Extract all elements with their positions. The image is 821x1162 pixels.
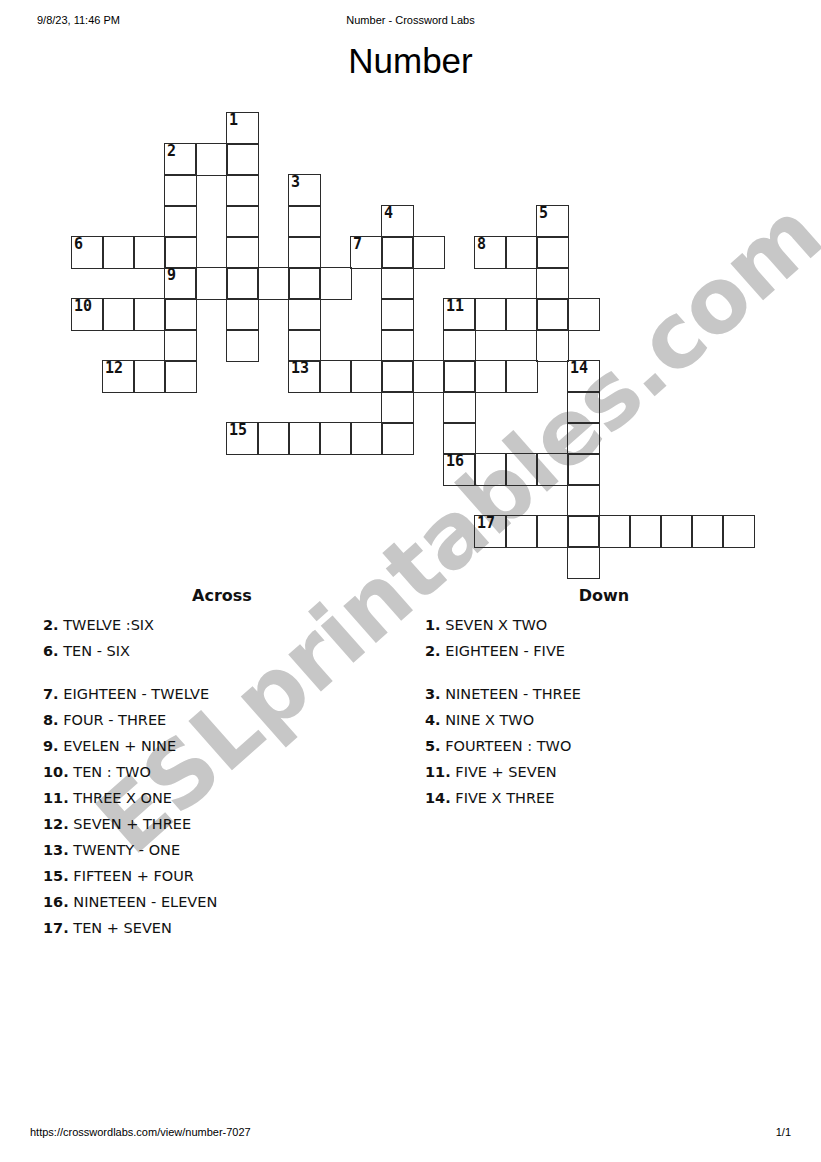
grid-cell-r6c13 [474,298,507,331]
grid-cell-r7c3 [164,329,197,362]
across-clue-17: 17. TEN + SEVEN [43,915,401,941]
across-clue-15: 15. FIFTEEN + FOUR [43,863,401,889]
grid-cell-r6c10 [381,298,414,331]
grid-cell-r6c7 [288,298,321,331]
grid-cell-r9c12 [443,391,476,424]
grid-cell-r8c2 [133,360,166,393]
grid-cell-r9c16 [567,391,600,424]
down-clue-number: 5. [425,738,441,754]
grid-cell-r5c15 [536,267,569,300]
grid-cell-r10c6 [257,422,290,455]
grid-cell-r6c16 [567,298,600,331]
across-clue-9: 9. EVELEN + NINE [43,733,401,759]
grid-cell-r1c5 [226,143,259,176]
grid-cell-r4c3 [164,236,197,269]
grid-cell-r9c10 [381,391,414,424]
down-clue-number: 3. [425,686,441,702]
across-clue-6: 6. TEN - SIX [43,638,401,664]
grid-cell-r3c15: 5 [536,205,569,238]
down-clue-number: 14. [425,790,451,806]
grid-cell-r13c16 [567,515,600,548]
grid-cell-r8c10 [381,360,414,393]
across-clue-number: 15. [43,868,69,884]
grid-cell-r4c15 [536,236,569,269]
across-clue-7: 7. EIGHTEEN - TWELVE [43,681,401,707]
grid-cell-r4c13: 8 [474,236,507,269]
across-clue-16: 16. NINETEEN - ELEVEN [43,889,401,915]
grid-cell-r4c11 [412,236,445,269]
grid-cell-r4c5 [226,236,259,269]
down-clue-4: 4. NINE X TWO [425,707,783,733]
grid-cell-r5c8 [319,267,352,300]
down-header: Down [425,586,783,606]
grid-cell-r10c12 [443,422,476,455]
across-clue-number: 8. [43,712,59,728]
grid-cell-r10c10 [381,422,414,455]
grid-cell-r10c5: 15 [226,422,259,455]
down-clue-3: 3. NINETEEN - THREE [425,681,783,707]
grid-cell-r6c1 [102,298,135,331]
crossword-grid: 1234567891011121314151617 [71,112,753,577]
grid-cell-r7c15 [536,329,569,362]
cell-number-6: 6 [74,237,83,253]
grid-cell-r2c3 [164,174,197,207]
across-clue-8: 8. FOUR - THREE [43,707,401,733]
grid-cell-r6c0: 10 [71,298,104,331]
page-title: Number [0,41,821,81]
grid-cell-r8c9 [350,360,383,393]
down-clue-number: 2. [425,643,441,659]
grid-cell-r6c5 [226,298,259,331]
grid-cell-r8c16: 14 [567,360,600,393]
grid-cell-r8c12 [443,360,476,393]
grid-cell-r11c15 [536,453,569,486]
grid-cell-r3c7 [288,205,321,238]
cell-number-12: 12 [105,361,123,377]
cell-number-11: 11 [446,299,464,315]
grid-cell-r5c10 [381,267,414,300]
grid-cell-r5c4 [195,267,228,300]
grid-cell-r6c14 [505,298,538,331]
page-indicator: 1/1 [776,1126,791,1138]
down-clues-section: Down 1. SEVEN X TWO2. EIGHTEEN - FIVE3. … [425,586,783,811]
across-clue-11: 11. THREE X ONE [43,785,401,811]
grid-cell-r13c13: 17 [474,515,507,548]
down-clue-1: 1. SEVEN X TWO [425,612,783,638]
grid-cell-r6c3 [164,298,197,331]
grid-cell-r11c14 [505,453,538,486]
across-clue-number: 7. [43,686,59,702]
grid-cell-r3c5 [226,205,259,238]
grid-cell-r6c2 [133,298,166,331]
cell-number-1: 1 [229,113,238,129]
across-clue-13: 13. TWENTY - ONE [43,837,401,863]
down-clue-11: 11. FIVE + SEVEN [425,759,783,785]
grid-cell-r13c17 [598,515,631,548]
down-clue-number: 11. [425,764,451,780]
cell-number-2: 2 [167,144,176,160]
grid-cell-r2c7: 3 [288,174,321,207]
grid-cell-r4c0: 6 [71,236,104,269]
across-clue-number: 16. [43,894,69,910]
grid-cell-r6c15 [536,298,569,331]
grid-cell-r5c3: 9 [164,267,197,300]
grid-cell-r11c16 [567,453,600,486]
footer-url: https://crosswordlabs.com/view/number-70… [30,1126,251,1138]
down-clue-number: 4. [425,712,441,728]
grid-cell-r4c9: 7 [350,236,383,269]
grid-cell-r14c16 [567,546,600,579]
grid-cell-r5c7 [288,267,321,300]
across-clue-list: 2. TWELVE :SIX6. TEN - SIX7. EIGHTEEN - … [43,612,401,941]
cell-number-15: 15 [229,423,247,439]
grid-cell-r8c1: 12 [102,360,135,393]
cell-number-14: 14 [570,361,588,377]
grid-cell-r7c12 [443,329,476,362]
down-clue-14: 14. FIVE X THREE [425,785,783,811]
cell-number-7: 7 [353,237,362,253]
across-header: Across [43,586,401,606]
grid-cell-r4c10 [381,236,414,269]
across-clue-number: 12. [43,816,69,832]
grid-cell-r8c8 [319,360,352,393]
down-clue-2: 2. EIGHTEEN - FIVE [425,638,783,664]
across-clue-number: 9. [43,738,59,754]
across-clue-number: 6. [43,643,59,659]
grid-cell-r1c4 [195,143,228,176]
grid-cell-r8c3 [164,360,197,393]
across-clues-section: Across 2. TWELVE :SIX6. TEN - SIX7. EIGH… [43,586,401,941]
across-clue-12: 12. SEVEN + THREE [43,811,401,837]
grid-cell-r12c16 [567,484,600,517]
grid-cell-r3c3 [164,205,197,238]
across-clue-number: 11. [43,790,69,806]
grid-cell-r13c20 [691,515,724,548]
grid-cell-r7c7 [288,329,321,362]
cell-number-17: 17 [477,516,495,532]
grid-cell-r8c7: 13 [288,360,321,393]
grid-cell-r8c14 [505,360,538,393]
grid-cell-r4c2 [133,236,166,269]
cell-number-5: 5 [539,206,548,222]
cell-number-9: 9 [167,268,176,284]
grid-cell-r13c19 [660,515,693,548]
cell-number-8: 8 [477,237,486,253]
across-clue-2: 2. TWELVE :SIX [43,612,401,638]
grid-cell-r5c5 [226,267,259,300]
grid-cell-r4c14 [505,236,538,269]
grid-cell-r10c7 [288,422,321,455]
across-clue-number: 17. [43,920,69,936]
grid-cell-r13c21 [722,515,755,548]
grid-cell-r2c5 [226,174,259,207]
grid-cell-r10c16 [567,422,600,455]
grid-cell-r13c14 [505,515,538,548]
across-clue-number: 10. [43,764,69,780]
down-clue-list: 1. SEVEN X TWO2. EIGHTEEN - FIVE3. NINET… [425,612,783,811]
grid-cell-r1c3: 2 [164,143,197,176]
grid-cell-r4c7 [288,236,321,269]
down-clue-number: 1. [425,617,441,633]
grid-cell-r11c12: 16 [443,453,476,486]
cell-number-16: 16 [446,454,464,470]
grid-cell-r7c10 [381,329,414,362]
across-clue-number: 2. [43,617,59,633]
cell-number-13: 13 [291,361,309,377]
down-clue-5: 5. FOURTEEN : TWO [425,733,783,759]
grid-cell-r13c15 [536,515,569,548]
cell-number-3: 3 [291,175,300,191]
grid-cell-r11c13 [474,453,507,486]
grid-cell-r5c6 [257,267,290,300]
grid-cell-r6c12: 11 [443,298,476,331]
grid-cell-r13c18 [629,515,662,548]
across-clue-10: 10. TEN : TWO [43,759,401,785]
cell-number-4: 4 [384,206,393,222]
grid-cell-r10c9 [350,422,383,455]
grid-cell-r8c13 [474,360,507,393]
grid-cell-r7c5 [226,329,259,362]
grid-cell-r0c5: 1 [226,112,259,145]
document-title: Number - Crossword Labs [0,14,821,26]
grid-cell-r3c10: 4 [381,205,414,238]
cell-number-10: 10 [74,299,92,315]
across-clue-number: 13. [43,842,69,858]
grid-cell-r8c11 [412,360,445,393]
grid-cell-r10c8 [319,422,352,455]
grid-cell-r4c1 [102,236,135,269]
